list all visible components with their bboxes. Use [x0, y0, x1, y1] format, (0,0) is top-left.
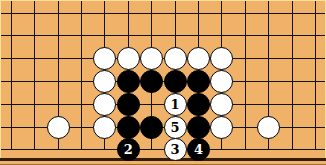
grid-line-vertical [315, 0, 316, 150]
grid-line-vertical [11, 0, 12, 150]
stone-black-c7-r4 [140, 70, 163, 93]
move-1-stone-white: 1 [164, 93, 187, 116]
grid-line-vertical [34, 0, 35, 150]
go-board: 15234 [0, 0, 326, 165]
move-5-stone-white: 5 [164, 116, 187, 139]
stone-white-c10-r6 [210, 116, 233, 139]
stone-black-c8-r4 [164, 70, 187, 93]
stone-black-c9-r5 [187, 93, 210, 116]
stone-white-c3-r6 [47, 116, 70, 139]
stone-white-c5-r3 [93, 47, 116, 70]
board-bottom-edge-shadow [0, 164, 326, 165]
move-number: 3 [171, 143, 180, 156]
stone-white-c12-r6 [257, 116, 280, 139]
board-bottom-edge-band [0, 158, 326, 161]
stone-white-c10-r3 [210, 47, 233, 70]
move-number: 2 [124, 143, 133, 156]
grid-line-horizontal [0, 13, 326, 14]
stone-black-c9-r6 [187, 116, 210, 139]
stone-white-c6-r3 [117, 47, 140, 70]
stone-white-c8-r3 [164, 47, 187, 70]
stone-white-c9-r3 [187, 47, 210, 70]
grid-line-vertical [81, 0, 82, 150]
stone-black-c6-r4 [117, 70, 140, 93]
stone-black-c7-r6 [140, 116, 163, 139]
stone-black-c9-r4 [187, 70, 210, 93]
top-edge-highlight [0, 0, 326, 1]
stone-white-c7-r3 [140, 47, 163, 70]
move-2-stone-black: 2 [117, 138, 140, 161]
stone-white-c5-r5 [93, 93, 116, 116]
grid-line-horizontal [0, 35, 326, 36]
move-number: 5 [171, 121, 180, 134]
stone-white-c5-r6 [93, 116, 116, 139]
stone-black-c6-r5 [117, 93, 140, 116]
move-number: 4 [194, 143, 203, 156]
grid-line-vertical [245, 0, 246, 150]
left-edge-highlight [0, 0, 1, 158]
move-3-stone-white: 3 [164, 138, 187, 161]
stone-white-c10-r4 [210, 70, 233, 93]
stone-black-c6-r6 [117, 116, 140, 139]
move-number: 1 [171, 98, 180, 111]
stone-white-c5-r4 [93, 70, 116, 93]
grid-line-vertical [292, 0, 293, 150]
stone-white-c10-r5 [210, 93, 233, 116]
